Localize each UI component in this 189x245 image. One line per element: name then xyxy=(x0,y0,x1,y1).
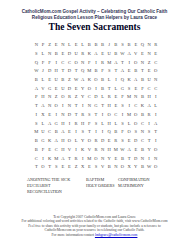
grid-cell: L xyxy=(152,102,159,111)
grid-cell: C xyxy=(46,128,53,137)
grid-cell: S xyxy=(93,163,100,172)
grid-cell: S xyxy=(119,41,126,50)
word-list-item: MATRIMONY xyxy=(118,183,150,189)
grid-cell: O xyxy=(93,155,100,164)
grid-cell: S xyxy=(33,50,40,59)
grid-cell: L xyxy=(40,76,47,85)
grid-cell: D xyxy=(46,67,53,76)
grid-cell: I xyxy=(60,102,67,111)
grid-cell: T xyxy=(146,137,153,146)
grid-cell: E xyxy=(73,85,80,94)
grid-cell: C xyxy=(86,93,93,102)
grid-cell: N xyxy=(46,93,53,102)
grid-cell: N xyxy=(86,102,93,111)
grid-cell: A xyxy=(60,155,67,164)
grid-cell: V xyxy=(40,85,47,94)
grid-cell: M xyxy=(126,93,133,102)
grid-cell: B xyxy=(119,155,126,164)
grid-cell: U xyxy=(73,50,80,59)
word-list-column-3: CONFIRMATIONMATRIMONY xyxy=(118,177,150,189)
grid-cell: H xyxy=(60,120,67,129)
grid-cell: C xyxy=(33,155,40,164)
grid-cell: O xyxy=(119,163,126,172)
grid-cell: O xyxy=(66,137,73,146)
grid-cell: B xyxy=(86,41,93,50)
grid-cell: N xyxy=(139,128,146,137)
grid-cell: B xyxy=(33,146,40,155)
grid-cell: W xyxy=(146,163,153,172)
grid-cell: Z xyxy=(73,163,80,172)
grid-cell: I xyxy=(79,102,86,111)
grid-cell: I xyxy=(146,120,153,129)
grid-cell: N xyxy=(146,50,153,59)
grid-cell: H xyxy=(40,93,47,102)
grid-cell: I xyxy=(152,137,159,146)
grid-cell: S xyxy=(106,67,113,76)
grid-cell: D xyxy=(66,50,73,59)
grid-cell: X xyxy=(126,163,133,172)
grid-cell: D xyxy=(93,93,100,102)
worksheet-page: CatholicMom.com Gospel Activity – Celebr… xyxy=(0,0,189,245)
grid-cell: R xyxy=(73,155,80,164)
grid-cell: Q xyxy=(106,128,113,137)
grid-cell: V xyxy=(86,146,93,155)
grid-cell: T xyxy=(86,128,93,137)
word-list-column-2: BAPTISMHOLY ORDERS xyxy=(86,177,115,189)
grid-cell: O xyxy=(152,146,159,155)
grid-cell: E xyxy=(46,76,53,85)
grid-cell: I xyxy=(53,58,60,67)
grid-cell: W xyxy=(119,146,126,155)
grid-cell: B xyxy=(93,67,100,76)
grid-cell: E xyxy=(53,41,60,50)
grid-cell: X xyxy=(79,163,86,172)
grid-cell: S xyxy=(119,102,126,111)
grid-cell: D xyxy=(66,111,73,120)
grid-cell: D xyxy=(99,137,106,146)
grid-cell: F xyxy=(99,67,106,76)
grid-cell: B xyxy=(99,76,106,85)
grid-cell: S xyxy=(132,128,139,137)
grid-cell: U xyxy=(60,85,67,94)
grid-cell: K xyxy=(46,137,53,146)
grid-cell: C xyxy=(66,58,73,67)
grid-cell: N xyxy=(146,41,153,50)
grid-cell: N xyxy=(113,163,120,172)
grid-cell: U xyxy=(40,128,47,137)
grid-cell: I xyxy=(79,155,86,164)
grid-cell: I xyxy=(126,102,133,111)
header-line-2: Religious Education Lesson Plan Helpers … xyxy=(0,15,189,20)
grid-cell: N xyxy=(132,93,139,102)
grid-cell: T xyxy=(60,67,67,76)
grid-cell: O xyxy=(126,128,133,137)
grid-cell: Q xyxy=(33,58,40,67)
grid-cell: A xyxy=(79,76,86,85)
grid-cell: B xyxy=(99,41,106,50)
grid-cell: C xyxy=(152,58,159,67)
grid-cell: S xyxy=(119,137,126,146)
header-line-1: CatholicMom.com Gospel Activity – Celebr… xyxy=(0,9,189,14)
grid-cell: T xyxy=(106,85,113,94)
grid-cell: R xyxy=(93,137,100,146)
grid-cell: T xyxy=(33,163,40,172)
grid-cell: E xyxy=(86,163,93,172)
grid-cell: S xyxy=(93,120,100,129)
grid-cell: E xyxy=(46,111,53,120)
grid-cell: N xyxy=(139,155,146,164)
grid-cell: M xyxy=(106,58,113,67)
grid-cell: V xyxy=(99,163,106,172)
grid-cell: A xyxy=(113,58,120,67)
grid-cell: F xyxy=(86,120,93,129)
grid-cell: Q xyxy=(119,76,126,85)
grid-cell: B xyxy=(113,128,120,137)
grid-cell: I xyxy=(93,58,100,67)
grid-cell: R xyxy=(146,111,153,120)
grid-cell: F xyxy=(119,128,126,137)
grid-cell: H xyxy=(106,120,113,129)
grid-cell: A xyxy=(53,137,60,146)
grid-cell: Y xyxy=(79,137,86,146)
grid-cell: N xyxy=(152,155,159,164)
grid-cell: U xyxy=(53,76,60,85)
grid-cell: A xyxy=(126,146,133,155)
grid-cell: B xyxy=(139,111,146,120)
grid-cell: F xyxy=(40,146,47,155)
grid-cell: U xyxy=(146,76,153,85)
grid-cell: I xyxy=(33,111,40,120)
grid-cell: A xyxy=(132,76,139,85)
grid-cell: B xyxy=(139,93,146,102)
grid-cell: T xyxy=(73,67,80,76)
grid-cell: N xyxy=(99,155,106,164)
grid-cell: M xyxy=(126,111,133,120)
grid-cell: A xyxy=(119,67,126,76)
word-list-item: RECONCILIATION xyxy=(27,189,70,195)
footer-contact-text: For more information contact xyxy=(52,233,94,237)
grid-cell: B xyxy=(113,50,120,59)
grid-cell: I xyxy=(113,76,120,85)
grid-cell: S xyxy=(126,85,133,94)
grid-cell: B xyxy=(60,76,67,85)
grid-cell: M xyxy=(86,67,93,76)
grid-cell: E xyxy=(106,137,113,146)
grid-cell: G xyxy=(46,85,53,94)
grid-cell: N xyxy=(152,76,159,85)
grid-cell: J xyxy=(40,67,47,76)
grid-cell: A xyxy=(146,102,153,111)
grid-cell: Z xyxy=(46,41,53,50)
grid-cell: Z xyxy=(73,93,80,102)
grid-cell: X xyxy=(40,111,47,120)
grid-cell: I xyxy=(146,155,153,164)
grid-cell: P xyxy=(33,93,40,102)
word-list: ANOINTING THE SICKEUCHARISTRECONCILIATIO… xyxy=(0,177,189,197)
grid-cell: W xyxy=(119,50,126,59)
grid-cell: N xyxy=(66,102,73,111)
grid-cell: M xyxy=(113,146,120,155)
grid-cell: N xyxy=(79,58,86,67)
grid-cell: L xyxy=(66,41,73,50)
grid-cell: C xyxy=(113,111,120,120)
grid-cell: A xyxy=(60,128,67,137)
grid-cell: Z xyxy=(66,76,73,85)
grid-cell: R xyxy=(106,93,113,102)
grid-cell: K xyxy=(139,102,146,111)
grid-cell: B xyxy=(33,137,40,146)
grid-cell: E xyxy=(66,128,73,137)
grid-cell: L xyxy=(40,50,47,59)
grid-cell: C xyxy=(139,120,146,129)
grid-cell: Q xyxy=(79,67,86,76)
grid-cell: W xyxy=(33,67,40,76)
page-title: The Seven Sacraments xyxy=(0,22,189,32)
grid-cell: B xyxy=(53,128,60,137)
grid-cell: F xyxy=(40,58,47,67)
grid-cell: H xyxy=(79,120,86,129)
grid-cell: T xyxy=(139,67,146,76)
wordsearch-grid: NPZENLELBBBJBSBEQNRSLNBEDURKAEUBWAVENEQF… xyxy=(33,41,159,172)
grid-cell: S xyxy=(79,128,86,137)
grid-cell: T xyxy=(113,67,120,76)
grid-cell: Q xyxy=(139,41,146,50)
grid-cell: D xyxy=(66,67,73,76)
grid-cell: L xyxy=(113,120,120,129)
grid-cell: E xyxy=(99,50,106,59)
grid-cell: O xyxy=(86,137,93,146)
grid-cell: L xyxy=(99,120,106,129)
grid-cell: E xyxy=(73,41,80,50)
grid-cell: K xyxy=(46,155,53,164)
grid-cell: H xyxy=(53,67,60,76)
grid-cell: B xyxy=(99,85,106,94)
grid-cell: F xyxy=(86,58,93,67)
grid-cell: O xyxy=(86,85,93,94)
grid-cell: T xyxy=(66,155,73,164)
grid-cell: K xyxy=(86,76,93,85)
grid-cell: L xyxy=(106,76,113,85)
grid-cell: N xyxy=(139,58,146,67)
grid-cell: E xyxy=(132,41,139,50)
grid-cell: Y xyxy=(132,163,139,172)
grid-cell: Y xyxy=(146,146,153,155)
grid-cell: I xyxy=(73,128,80,137)
grid-cell: B xyxy=(53,50,60,59)
grid-cell: I xyxy=(152,111,159,120)
grid-cell: L xyxy=(99,93,106,102)
grid-cell: H xyxy=(146,93,153,102)
grid-cell: E xyxy=(132,146,139,155)
grid-cell: O xyxy=(132,111,139,120)
grid-cell: V xyxy=(132,50,139,59)
grid-cell: R xyxy=(73,120,80,129)
grid-cell: O xyxy=(73,58,80,67)
grid-cell: O xyxy=(132,58,139,67)
grid-cell: E xyxy=(113,155,120,164)
grid-cell: M xyxy=(53,155,60,164)
grid-cell: Y xyxy=(106,155,113,164)
grid-cell: N xyxy=(60,111,67,120)
grid-cell: B xyxy=(139,163,146,172)
word-list-item: HOLY ORDERS xyxy=(86,183,115,189)
grid-cell: Z xyxy=(146,58,153,67)
grid-cell: O xyxy=(152,67,159,76)
grid-cell: B xyxy=(33,76,40,85)
grid-cell: T xyxy=(119,58,126,67)
grid-cell: A xyxy=(93,50,100,59)
grid-cell: E xyxy=(66,163,73,172)
grid-cell: N xyxy=(33,41,40,50)
grid-cell: O xyxy=(40,163,47,172)
grid-cell: I xyxy=(40,155,47,164)
grid-cell: T xyxy=(152,128,159,137)
grid-cell: E xyxy=(60,163,67,172)
grid-cell: L xyxy=(73,137,80,146)
grid-cell: C xyxy=(152,85,159,94)
grid-cell: K xyxy=(86,50,93,59)
grid-cell: T xyxy=(73,102,80,111)
grid-cell: E xyxy=(126,67,133,76)
grid-cell: V xyxy=(66,146,73,155)
grid-cell: N xyxy=(46,50,53,59)
grid-cell: O xyxy=(152,163,159,172)
grid-cell: C xyxy=(132,102,139,111)
grid-cell: I xyxy=(93,128,100,137)
grid-cell: F xyxy=(46,58,53,67)
grid-cell: L xyxy=(126,120,133,129)
grid-cell: I xyxy=(53,111,60,120)
grid-cell: O xyxy=(106,111,113,120)
grid-cell: B xyxy=(126,41,133,50)
grid-cell: T xyxy=(99,102,106,111)
grid-cell: A xyxy=(152,120,159,129)
grid-cell: I xyxy=(99,111,106,120)
grid-cell: L xyxy=(40,120,47,129)
grid-cell: N xyxy=(99,146,106,155)
footer-line: For more information contact lmhgrace@ca… xyxy=(0,233,189,237)
grid-cell: S xyxy=(33,120,40,129)
grid-cell: R xyxy=(93,146,100,155)
grid-cell: D xyxy=(132,155,139,164)
grid-cell: E xyxy=(46,146,53,155)
grid-cell: D xyxy=(66,85,73,94)
grid-cell: E xyxy=(146,67,153,76)
grid-cell: L xyxy=(79,41,86,50)
grid-cell: Y xyxy=(79,93,86,102)
grid-cell: Z xyxy=(53,93,60,102)
grid-cell: C xyxy=(60,58,67,67)
grid-cell: I xyxy=(93,85,100,94)
grid-cell: E xyxy=(60,50,67,59)
grid-cell: I xyxy=(119,111,126,120)
grid-cell: S xyxy=(146,128,153,137)
grid-cell: B xyxy=(139,76,146,85)
grid-cell: K xyxy=(79,146,86,155)
grid-cell: T xyxy=(33,102,40,111)
grid-cell: E xyxy=(152,50,159,59)
grid-cell: S xyxy=(86,111,93,120)
grid-cell: E xyxy=(53,85,60,94)
grid-cell: B xyxy=(93,41,100,50)
grid-cell: M xyxy=(86,155,93,164)
grid-cell: B xyxy=(139,146,146,155)
grid-cell: N xyxy=(60,41,67,50)
grid-cell: E xyxy=(113,102,120,111)
grid-cell: O xyxy=(53,102,60,111)
grid-cell: G xyxy=(119,85,126,94)
grid-cell: H xyxy=(60,146,67,155)
grid-cell: L xyxy=(113,85,120,94)
grid-cell: U xyxy=(106,50,113,59)
grid-cell: S xyxy=(119,120,126,129)
grid-cell: W xyxy=(73,76,80,85)
grid-cell: O xyxy=(60,93,67,102)
grid-cell: H xyxy=(106,102,113,111)
grid-cell: O xyxy=(93,76,100,85)
grid-cell: E xyxy=(139,50,146,59)
grid-cell: S xyxy=(53,163,60,172)
grid-cell: R xyxy=(79,50,86,59)
grid-cell: F xyxy=(119,93,126,102)
footer-contact-link[interactable]: lmhgrace@catholicmom.com xyxy=(95,233,138,237)
grid-cell: I xyxy=(73,146,80,155)
grid-cell: R xyxy=(66,93,73,102)
grid-cell: M xyxy=(33,128,40,137)
grid-cell: H xyxy=(106,146,113,155)
grid-cell: B xyxy=(132,67,139,76)
grid-cell: C xyxy=(139,137,146,146)
grid-cell: D xyxy=(132,137,139,146)
grid-cell: E xyxy=(132,85,139,94)
grid-cell: K xyxy=(126,76,133,85)
grid-cell: T xyxy=(126,155,133,164)
grid-cell: A xyxy=(33,85,40,94)
word-list-column-1: ANOINTING THE SICKEUCHARISTRECONCILIATIO… xyxy=(27,177,70,195)
grid-cell: R xyxy=(99,58,106,67)
grid-cell: P xyxy=(40,41,47,50)
grid-cell: H xyxy=(60,137,67,146)
grid-cell: F xyxy=(139,85,146,94)
grid-cell: I xyxy=(99,128,106,137)
grid-cell: G xyxy=(40,137,47,146)
grid-cell: B xyxy=(113,41,120,50)
grid-cell: N xyxy=(46,102,53,111)
grid-cell: E xyxy=(126,137,133,146)
grid-cell: T xyxy=(46,163,53,172)
grid-cell: R xyxy=(113,137,120,146)
grid-cell: I xyxy=(152,93,159,102)
grid-cell: A xyxy=(46,120,53,129)
grid-cell: R xyxy=(79,111,86,120)
grid-cell: I xyxy=(66,120,73,129)
grid-cell: T xyxy=(93,111,100,120)
grid-cell: G xyxy=(93,102,100,111)
grid-cell: E xyxy=(113,93,120,102)
grid-cell: T xyxy=(73,111,80,120)
footer: Text Copyright 2007 CatholicMom.com and … xyxy=(0,215,189,237)
grid-cell: B xyxy=(106,163,113,172)
grid-cell: Y xyxy=(79,85,86,94)
grid-cell: O xyxy=(132,120,139,129)
grid-cell: A xyxy=(40,102,47,111)
grid-cell: I xyxy=(126,58,133,67)
grid-cell: J xyxy=(106,41,113,50)
grid-cell: C xyxy=(146,85,153,94)
grid-cell: G xyxy=(53,120,60,129)
grid-cell: R xyxy=(152,41,159,50)
grid-cell: A xyxy=(126,50,133,59)
